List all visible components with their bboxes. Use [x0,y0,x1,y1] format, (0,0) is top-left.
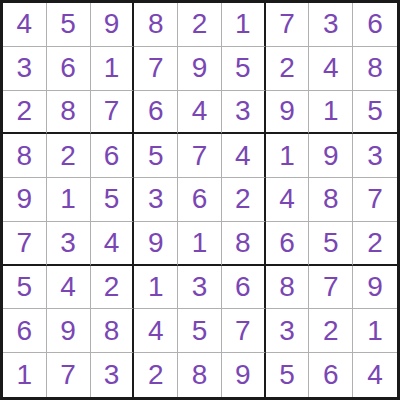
sudoku-cell-r8c6[interactable]: 7 [222,309,266,353]
sudoku-cell-r3c2[interactable]: 8 [47,91,91,135]
sudoku-cell-r4c9[interactable]: 3 [353,134,397,178]
sudoku-cell-r4c4[interactable]: 5 [134,134,178,178]
sudoku-cell-r6c6[interactable]: 8 [222,222,266,266]
sudoku-cell-r7c8[interactable]: 7 [309,266,353,310]
sudoku-cell-r3c6[interactable]: 3 [222,91,266,135]
sudoku-cell-r4c1[interactable]: 8 [3,134,47,178]
sudoku-cell-r8c5[interactable]: 5 [178,309,222,353]
sudoku-cell-r7c3[interactable]: 2 [91,266,135,310]
sudoku-cell-r3c5[interactable]: 4 [178,91,222,135]
sudoku-cell-r4c8[interactable]: 9 [309,134,353,178]
sudoku-cell-r6c1[interactable]: 7 [3,222,47,266]
sudoku-cell-r1c4[interactable]: 8 [134,3,178,47]
sudoku-cell-r1c5[interactable]: 2 [178,3,222,47]
sudoku-cell-r5c9[interactable]: 7 [353,178,397,222]
sudoku-cell-r9c9[interactable]: 4 [353,353,397,397]
sudoku-cell-r3c4[interactable]: 6 [134,91,178,135]
sudoku-cell-r2c4[interactable]: 7 [134,47,178,91]
sudoku-cell-r8c3[interactable]: 8 [91,309,135,353]
sudoku-cell-r2c8[interactable]: 4 [309,47,353,91]
sudoku-cell-r3c8[interactable]: 1 [309,91,353,135]
sudoku-cell-r2c7[interactable]: 2 [266,47,310,91]
sudoku-cell-r7c2[interactable]: 4 [47,266,91,310]
sudoku-cell-r3c7[interactable]: 9 [266,91,310,135]
sudoku-cell-r5c4[interactable]: 3 [134,178,178,222]
sudoku-cell-r5c1[interactable]: 9 [3,178,47,222]
sudoku-cell-r7c1[interactable]: 5 [3,266,47,310]
sudoku-cell-r8c7[interactable]: 3 [266,309,310,353]
sudoku-cell-r9c6[interactable]: 9 [222,353,266,397]
sudoku-cell-r3c1[interactable]: 2 [3,91,47,135]
sudoku-cell-r7c7[interactable]: 8 [266,266,310,310]
sudoku-cell-r5c7[interactable]: 4 [266,178,310,222]
sudoku-cell-r3c3[interactable]: 7 [91,91,135,135]
sudoku-cell-r5c6[interactable]: 2 [222,178,266,222]
sudoku-cell-r6c8[interactable]: 5 [309,222,353,266]
sudoku-cell-r8c4[interactable]: 4 [134,309,178,353]
sudoku-cell-r4c3[interactable]: 6 [91,134,135,178]
sudoku-cell-r6c3[interactable]: 4 [91,222,135,266]
sudoku-cell-r4c7[interactable]: 1 [266,134,310,178]
sudoku-cell-r2c9[interactable]: 8 [353,47,397,91]
sudoku-cell-r4c2[interactable]: 2 [47,134,91,178]
sudoku-cell-r2c5[interactable]: 9 [178,47,222,91]
sudoku-cell-r8c8[interactable]: 2 [309,309,353,353]
sudoku-cell-r2c2[interactable]: 6 [47,47,91,91]
sudoku-cell-r5c5[interactable]: 6 [178,178,222,222]
sudoku-cell-r1c1[interactable]: 4 [3,3,47,47]
sudoku-cell-r1c8[interactable]: 3 [309,3,353,47]
sudoku-cell-r4c6[interactable]: 4 [222,134,266,178]
sudoku-cell-r5c2[interactable]: 1 [47,178,91,222]
sudoku-cell-r9c8[interactable]: 6 [309,353,353,397]
sudoku-cell-r6c4[interactable]: 9 [134,222,178,266]
sudoku-cell-r9c7[interactable]: 5 [266,353,310,397]
sudoku-cell-r2c3[interactable]: 1 [91,47,135,91]
sudoku-cell-r9c5[interactable]: 8 [178,353,222,397]
sudoku-cell-r5c8[interactable]: 8 [309,178,353,222]
sudoku-cell-r2c1[interactable]: 3 [3,47,47,91]
sudoku-cell-r9c2[interactable]: 7 [47,353,91,397]
sudoku-cell-r2c6[interactable]: 5 [222,47,266,91]
sudoku-cell-r9c1[interactable]: 1 [3,353,47,397]
sudoku-cell-r3c9[interactable]: 5 [353,91,397,135]
sudoku-cell-r4c5[interactable]: 7 [178,134,222,178]
sudoku-cell-r6c5[interactable]: 1 [178,222,222,266]
sudoku-cell-r7c5[interactable]: 3 [178,266,222,310]
sudoku-cell-r7c9[interactable]: 9 [353,266,397,310]
sudoku-cell-r8c9[interactable]: 1 [353,309,397,353]
sudoku-cell-r5c3[interactable]: 5 [91,178,135,222]
sudoku-cell-r1c9[interactable]: 6 [353,3,397,47]
sudoku-cell-r8c1[interactable]: 6 [3,309,47,353]
sudoku-cell-r1c2[interactable]: 5 [47,3,91,47]
sudoku-cell-r6c2[interactable]: 3 [47,222,91,266]
sudoku-cell-r6c7[interactable]: 6 [266,222,310,266]
sudoku-cell-r8c2[interactable]: 9 [47,309,91,353]
sudoku-cell-r1c6[interactable]: 1 [222,3,266,47]
sudoku-cell-r7c4[interactable]: 1 [134,266,178,310]
sudoku-cell-r9c4[interactable]: 2 [134,353,178,397]
sudoku-cell-r9c3[interactable]: 3 [91,353,135,397]
sudoku-board: 4598217363617952482876439158265741939153… [0,0,400,400]
sudoku-cell-r1c7[interactable]: 7 [266,3,310,47]
sudoku-cell-r7c6[interactable]: 6 [222,266,266,310]
sudoku-cell-r1c3[interactable]: 9 [91,3,135,47]
sudoku-cell-r6c9[interactable]: 2 [353,222,397,266]
